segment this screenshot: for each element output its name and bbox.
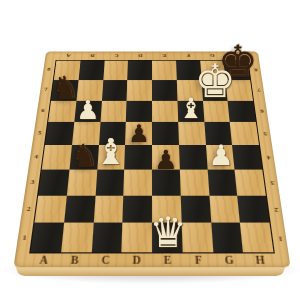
piece-white-queen-e1[interactable]: ♛: [149, 212, 187, 254]
piece-black-knight-a7[interactable]: ♞: [51, 72, 80, 104]
piece-black-knight-b4[interactable]: ♞: [70, 140, 99, 172]
piece-black-pawn-d5[interactable]: ♟: [128, 122, 150, 146]
piece-black-pawn-e4[interactable]: ♟: [154, 147, 177, 173]
piece-white-pawn-b6[interactable]: ♟: [76, 97, 99, 123]
piece-white-bishop-f6[interactable]: ♝: [178, 95, 203, 123]
piece-white-pawn-g4[interactable]: ♟: [208, 142, 233, 170]
pieces-layer: ♚♚♞♟♝♟♝♟♞♟♛: [0, 0, 300, 300]
photo-canvas: AABBCCDDEEFFGGHH1122334455667788 ♚♚♞♟♝♟♝…: [0, 0, 300, 300]
piece-white-bishop-c4[interactable]: ♝: [95, 134, 127, 170]
